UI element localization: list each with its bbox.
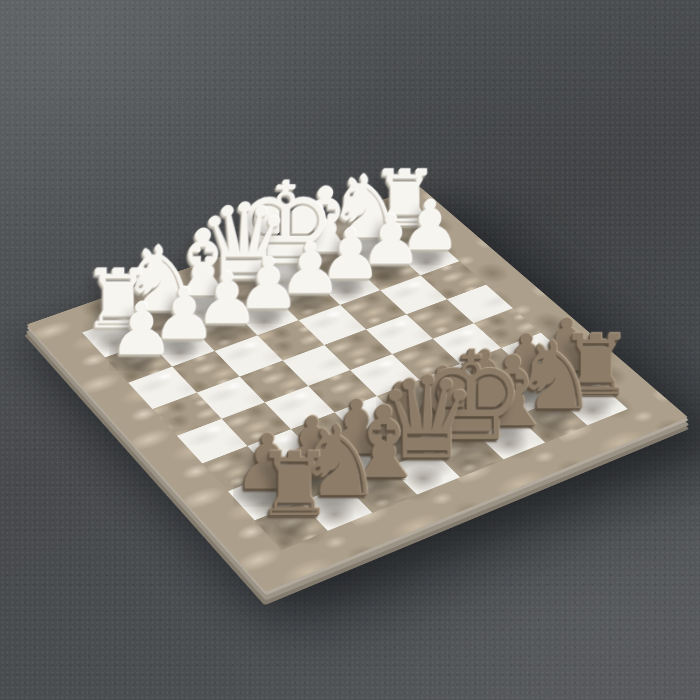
board-grid: ♜♞♝♛♚♝♞♜♟♟♟♟♟♟♟♟♟♟♟♟♟♟♟♟♜♞♝♛♚♝♞♜ xyxy=(82,216,628,549)
photo-scene: ♜♞♝♛♚♝♞♜♟♟♟♟♟♟♟♟♟♟♟♟♟♟♟♟♜♞♝♛♚♝♞♜ xyxy=(0,0,700,700)
square-r3c0 xyxy=(152,393,221,436)
square-r1c0: ♟ xyxy=(105,342,172,383)
square-r7c0: ♜ xyxy=(254,502,327,550)
square-r2c0 xyxy=(128,367,196,409)
camera-perspective: ♜♞♝♛♚♝♞♜♟♟♟♟♟♟♟♟♟♟♟♟♟♟♟♟♜♞♝♛♚♝♞♜ xyxy=(0,0,700,700)
chess-board: ♜♞♝♛♚♝♞♜♟♟♟♟♟♟♟♟♟♟♟♟♟♟♟♟♜♞♝♛♚♝♞♜ xyxy=(26,187,688,592)
gray-rook: ♜ xyxy=(255,441,334,529)
white-pawn: ♟ xyxy=(109,293,173,365)
